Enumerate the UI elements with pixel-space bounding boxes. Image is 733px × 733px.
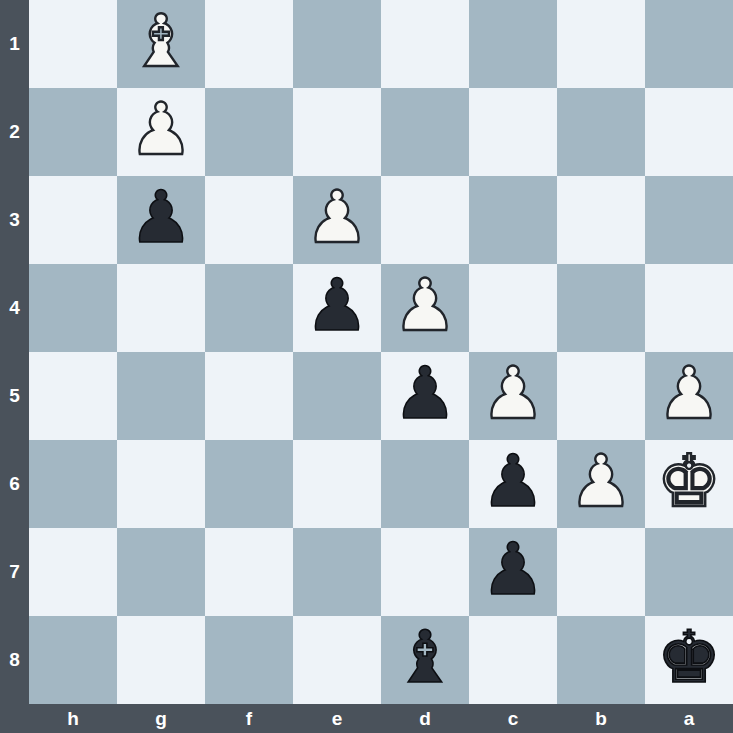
square-h5[interactable] bbox=[29, 352, 117, 440]
piece-white-pawn[interactable]: ♟ bbox=[305, 181, 370, 253]
square-c6[interactable]: ♟ bbox=[469, 440, 557, 528]
square-f3[interactable] bbox=[205, 176, 293, 264]
file-label-c: c bbox=[469, 704, 557, 733]
rank-label-1: 1 bbox=[0, 0, 29, 88]
file-label-g: g bbox=[117, 704, 205, 733]
square-g8[interactable] bbox=[117, 616, 205, 704]
chessboard: 12345678 ♝♟♟♟♟♟♟♟♟♟♟♚♟♝♚ hgfedcba bbox=[0, 0, 733, 733]
square-h1[interactable] bbox=[29, 0, 117, 88]
square-c3[interactable] bbox=[469, 176, 557, 264]
piece-black-pawn[interactable]: ♟ bbox=[481, 445, 546, 517]
rank-label-2: 2 bbox=[0, 88, 29, 176]
square-c5[interactable]: ♟ bbox=[469, 352, 557, 440]
square-g4[interactable] bbox=[117, 264, 205, 352]
square-a1[interactable] bbox=[645, 0, 733, 88]
file-label-f: f bbox=[205, 704, 293, 733]
square-a7[interactable] bbox=[645, 528, 733, 616]
rank-label-6: 6 bbox=[0, 440, 29, 528]
square-c8[interactable] bbox=[469, 616, 557, 704]
square-g2[interactable]: ♟ bbox=[117, 88, 205, 176]
square-g1[interactable]: ♝ bbox=[117, 0, 205, 88]
square-b8[interactable] bbox=[557, 616, 645, 704]
piece-white-pawn[interactable]: ♟ bbox=[393, 269, 458, 341]
square-e2[interactable] bbox=[293, 88, 381, 176]
square-d8[interactable]: ♝ bbox=[381, 616, 469, 704]
square-g6[interactable] bbox=[117, 440, 205, 528]
square-h4[interactable] bbox=[29, 264, 117, 352]
square-f2[interactable] bbox=[205, 88, 293, 176]
square-d3[interactable] bbox=[381, 176, 469, 264]
rank-labels: 12345678 bbox=[0, 0, 29, 704]
square-g7[interactable] bbox=[117, 528, 205, 616]
square-h7[interactable] bbox=[29, 528, 117, 616]
square-c7[interactable]: ♟ bbox=[469, 528, 557, 616]
file-label-a: a bbox=[645, 704, 733, 733]
piece-white-pawn[interactable]: ♟ bbox=[569, 445, 634, 517]
square-h8[interactable] bbox=[29, 616, 117, 704]
piece-white-king[interactable]: ♚ bbox=[657, 445, 722, 517]
piece-white-pawn[interactable]: ♟ bbox=[129, 93, 194, 165]
square-f8[interactable] bbox=[205, 616, 293, 704]
square-d4[interactable]: ♟ bbox=[381, 264, 469, 352]
rank-label-4: 4 bbox=[0, 264, 29, 352]
square-b3[interactable] bbox=[557, 176, 645, 264]
square-e5[interactable] bbox=[293, 352, 381, 440]
square-f7[interactable] bbox=[205, 528, 293, 616]
square-h2[interactable] bbox=[29, 88, 117, 176]
board-grid: ♝♟♟♟♟♟♟♟♟♟♟♚♟♝♚ bbox=[29, 0, 733, 704]
square-f6[interactable] bbox=[205, 440, 293, 528]
square-b5[interactable] bbox=[557, 352, 645, 440]
square-c4[interactable] bbox=[469, 264, 557, 352]
square-b1[interactable] bbox=[557, 0, 645, 88]
square-h3[interactable] bbox=[29, 176, 117, 264]
square-d1[interactable] bbox=[381, 0, 469, 88]
square-g5[interactable] bbox=[117, 352, 205, 440]
square-d6[interactable] bbox=[381, 440, 469, 528]
board-corner bbox=[0, 704, 29, 733]
square-a2[interactable] bbox=[645, 88, 733, 176]
square-a4[interactable] bbox=[645, 264, 733, 352]
square-e1[interactable] bbox=[293, 0, 381, 88]
square-f1[interactable] bbox=[205, 0, 293, 88]
square-a3[interactable] bbox=[645, 176, 733, 264]
piece-black-king[interactable]: ♚ bbox=[657, 621, 722, 693]
square-b4[interactable] bbox=[557, 264, 645, 352]
file-label-h: h bbox=[29, 704, 117, 733]
piece-black-pawn[interactable]: ♟ bbox=[129, 181, 194, 253]
square-f4[interactable] bbox=[205, 264, 293, 352]
file-label-b: b bbox=[557, 704, 645, 733]
rank-label-8: 8 bbox=[0, 616, 29, 704]
piece-white-pawn[interactable]: ♟ bbox=[657, 357, 722, 429]
square-b7[interactable] bbox=[557, 528, 645, 616]
square-a6[interactable]: ♚ bbox=[645, 440, 733, 528]
piece-white-pawn[interactable]: ♟ bbox=[481, 357, 546, 429]
piece-black-bishop[interactable]: ♝ bbox=[393, 621, 458, 693]
piece-white-bishop[interactable]: ♝ bbox=[129, 5, 194, 77]
square-c2[interactable] bbox=[469, 88, 557, 176]
square-e3[interactable]: ♟ bbox=[293, 176, 381, 264]
file-label-d: d bbox=[381, 704, 469, 733]
rank-label-3: 3 bbox=[0, 176, 29, 264]
square-d2[interactable] bbox=[381, 88, 469, 176]
square-a8[interactable]: ♚ bbox=[645, 616, 733, 704]
square-e6[interactable] bbox=[293, 440, 381, 528]
piece-black-pawn[interactable]: ♟ bbox=[481, 533, 546, 605]
square-b6[interactable]: ♟ bbox=[557, 440, 645, 528]
square-g3[interactable]: ♟ bbox=[117, 176, 205, 264]
file-label-e: e bbox=[293, 704, 381, 733]
square-e8[interactable] bbox=[293, 616, 381, 704]
piece-black-pawn[interactable]: ♟ bbox=[305, 269, 370, 341]
square-h6[interactable] bbox=[29, 440, 117, 528]
piece-black-pawn[interactable]: ♟ bbox=[393, 357, 458, 429]
rank-label-7: 7 bbox=[0, 528, 29, 616]
square-e4[interactable]: ♟ bbox=[293, 264, 381, 352]
square-d5[interactable]: ♟ bbox=[381, 352, 469, 440]
file-labels: hgfedcba bbox=[29, 704, 733, 733]
square-b2[interactable] bbox=[557, 88, 645, 176]
square-f5[interactable] bbox=[205, 352, 293, 440]
square-a5[interactable]: ♟ bbox=[645, 352, 733, 440]
square-e7[interactable] bbox=[293, 528, 381, 616]
rank-label-5: 5 bbox=[0, 352, 29, 440]
square-c1[interactable] bbox=[469, 0, 557, 88]
square-d7[interactable] bbox=[381, 528, 469, 616]
